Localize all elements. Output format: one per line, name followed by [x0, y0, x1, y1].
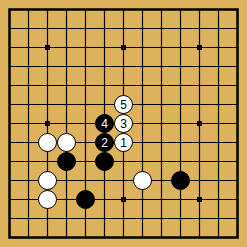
move-number: 3 — [120, 118, 127, 130]
white-stone-G7: 3 — [114, 114, 133, 133]
move-number: 4 — [101, 118, 108, 130]
white-stone-C3 — [38, 190, 57, 209]
black-stone-F6: 2 — [95, 133, 114, 152]
white-stone-H4 — [133, 171, 152, 190]
white-stone-G8: 5 — [114, 95, 133, 114]
move-number: 2 — [101, 137, 108, 149]
black-stone-D5 — [57, 152, 76, 171]
white-stone-G6: 1 — [114, 133, 133, 152]
black-stone-F7: 4 — [95, 114, 114, 133]
move-number: 5 — [120, 99, 127, 111]
stone-layer: 54321 — [0, 0, 247, 247]
white-stone-D6 — [57, 133, 76, 152]
move-number: 1 — [120, 137, 127, 149]
go-board: 54321 — [0, 0, 247, 247]
black-stone-K4 — [171, 171, 190, 190]
black-stone-E3 — [76, 190, 95, 209]
white-stone-C6 — [38, 133, 57, 152]
white-stone-C4 — [38, 171, 57, 190]
black-stone-F5 — [95, 152, 114, 171]
